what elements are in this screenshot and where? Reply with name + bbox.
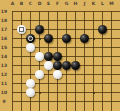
stone-white-F12[interactable] [53,70,62,79]
stone-white-C10[interactable] [26,88,35,97]
stone-black-F14[interactable] [53,52,62,61]
grid-line-row-19 [12,11,120,12]
grid-line-col-A [12,11,13,111]
grid-line-col-M [111,11,112,111]
star-point-D10 [39,92,41,94]
stone-white-D12[interactable] [35,70,44,79]
stone-white-E13[interactable] [44,61,53,70]
stone-black-E14[interactable] [44,52,53,61]
stone-black-G13[interactable] [62,61,71,70]
circle-marker-C16 [28,36,33,41]
star-point-D16 [39,38,41,40]
star-point-K10 [93,92,95,94]
go-board-screenshot: ABCDEFGHJKLM 191817161514131211109 [0,0,120,111]
stone-white-C11[interactable] [26,79,35,88]
grid-line-col-J [84,11,85,111]
square-marker-B17 [19,27,24,32]
stone-black-H13[interactable] [71,61,80,70]
grid-line-row-12 [12,74,120,75]
star-point-K16 [93,38,95,40]
stone-black-E16[interactable] [44,34,53,43]
stone-black-J16[interactable] [80,34,89,43]
stone-black-G16[interactable] [62,34,71,43]
stone-black-F13[interactable] [53,61,62,70]
stone-black-D17[interactable] [35,25,44,34]
go-board[interactable] [0,0,120,111]
grid-line-row-9 [12,101,120,102]
grid-line-col-K [93,11,94,111]
stone-white-D14[interactable] [35,52,44,61]
grid-line-row-14 [12,56,120,57]
stone-black-L17[interactable] [98,25,107,34]
stone-white-C15[interactable] [26,43,35,52]
grid-line-row-18 [12,20,120,21]
